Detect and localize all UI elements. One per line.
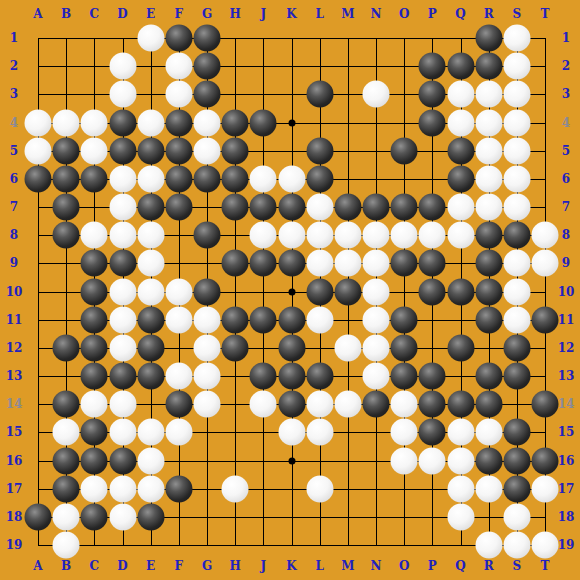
stone-black-C13[interactable] xyxy=(81,363,108,390)
stone-black-R1[interactable] xyxy=(475,25,502,52)
stone-white-N3[interactable] xyxy=(363,81,390,108)
stone-black-Q12[interactable] xyxy=(447,334,474,361)
stone-black-R2[interactable] xyxy=(475,53,502,80)
stone-black-J9[interactable] xyxy=(250,250,277,277)
stone-black-P3[interactable] xyxy=(419,81,446,108)
stone-white-C14[interactable] xyxy=(81,391,108,418)
stone-black-P10[interactable] xyxy=(419,278,446,305)
stone-black-F14[interactable] xyxy=(165,391,192,418)
stone-black-D13[interactable] xyxy=(109,363,136,390)
stone-black-H4[interactable] xyxy=(222,109,249,136)
stone-white-D10[interactable] xyxy=(109,278,136,305)
column-label-H: H xyxy=(229,8,240,20)
row-label-1: 1 xyxy=(10,32,18,44)
stone-black-B14[interactable] xyxy=(53,391,80,418)
column-label-A: A xyxy=(33,560,42,572)
stone-white-C5[interactable] xyxy=(81,137,108,164)
stone-black-H12[interactable] xyxy=(222,334,249,361)
row-label-16: 16 xyxy=(6,455,23,467)
column-label-H: H xyxy=(229,560,240,572)
row-label-5: 5 xyxy=(562,145,570,157)
row-label-3: 3 xyxy=(562,88,570,100)
stone-black-K13[interactable] xyxy=(278,363,305,390)
stone-black-L3[interactable] xyxy=(306,81,333,108)
stone-white-R15[interactable] xyxy=(475,419,502,446)
stone-white-S4[interactable] xyxy=(503,109,530,136)
stone-white-G4[interactable] xyxy=(194,109,221,136)
stone-black-C12[interactable] xyxy=(81,334,108,361)
stone-black-K7[interactable] xyxy=(278,194,305,221)
stone-black-H9[interactable] xyxy=(222,250,249,277)
stone-black-P7[interactable] xyxy=(419,194,446,221)
stone-white-N11[interactable] xyxy=(363,306,390,333)
stone-black-H7[interactable] xyxy=(222,194,249,221)
stone-black-E12[interactable] xyxy=(137,334,164,361)
stone-white-E6[interactable] xyxy=(137,165,164,192)
star-point-K4 xyxy=(288,119,295,126)
stone-white-A4[interactable] xyxy=(25,109,52,136)
stone-white-L15[interactable] xyxy=(306,419,333,446)
stone-black-E13[interactable] xyxy=(137,363,164,390)
stone-black-R11[interactable] xyxy=(475,306,502,333)
stone-black-G10[interactable] xyxy=(194,278,221,305)
row-label-2: 2 xyxy=(10,60,18,72)
stone-white-G11[interactable] xyxy=(194,306,221,333)
stone-white-P8[interactable] xyxy=(419,222,446,249)
column-label-T: T xyxy=(541,560,550,572)
stone-white-D17[interactable] xyxy=(109,475,136,502)
column-label-L: L xyxy=(315,8,323,20)
stone-white-M9[interactable] xyxy=(334,250,361,277)
stone-black-J13[interactable] xyxy=(250,363,277,390)
row-label-18: 18 xyxy=(558,511,575,523)
stone-white-Q16[interactable] xyxy=(447,447,474,474)
row-label-4: 4 xyxy=(562,117,570,129)
row-label-8: 8 xyxy=(10,229,18,241)
stone-white-M12[interactable] xyxy=(334,334,361,361)
stone-black-E5[interactable] xyxy=(137,137,164,164)
row-label-13: 13 xyxy=(6,370,23,382)
stone-black-G8[interactable] xyxy=(194,222,221,249)
stone-black-T11[interactable] xyxy=(532,306,559,333)
stone-white-P16[interactable] xyxy=(419,447,446,474)
row-label-5: 5 xyxy=(10,145,18,157)
column-label-Q: Q xyxy=(455,8,465,20)
stone-black-F17[interactable] xyxy=(165,475,192,502)
column-label-B: B xyxy=(61,560,71,572)
row-label-12: 12 xyxy=(558,342,575,354)
stone-black-B5[interactable] xyxy=(53,137,80,164)
stone-white-N13[interactable] xyxy=(363,363,390,390)
stone-white-B4[interactable] xyxy=(53,109,80,136)
stone-black-R16[interactable] xyxy=(475,447,502,474)
stone-black-T16[interactable] xyxy=(532,447,559,474)
stone-black-Q14[interactable] xyxy=(447,391,474,418)
stone-black-O13[interactable] xyxy=(391,363,418,390)
stone-black-R8[interactable] xyxy=(475,222,502,249)
stone-black-O7[interactable] xyxy=(391,194,418,221)
stone-black-O9[interactable] xyxy=(391,250,418,277)
stone-black-K9[interactable] xyxy=(278,250,305,277)
column-label-K: K xyxy=(286,8,296,20)
stone-black-D9[interactable] xyxy=(109,250,136,277)
stone-white-N10[interactable] xyxy=(363,278,390,305)
stone-black-Q2[interactable] xyxy=(447,53,474,80)
stone-white-D15[interactable] xyxy=(109,419,136,446)
column-label-J: J xyxy=(260,560,266,572)
column-label-J: J xyxy=(260,8,266,20)
stone-black-L6[interactable] xyxy=(306,165,333,192)
column-label-A: A xyxy=(33,8,42,20)
stone-white-S7[interactable] xyxy=(503,194,530,221)
stone-black-D5[interactable] xyxy=(109,137,136,164)
stone-black-K14[interactable] xyxy=(278,391,305,418)
stone-black-D4[interactable] xyxy=(109,109,136,136)
stone-black-A18[interactable] xyxy=(25,503,52,530)
stone-black-B8[interactable] xyxy=(53,222,80,249)
stone-white-E15[interactable] xyxy=(137,419,164,446)
row-label-15: 15 xyxy=(558,426,575,438)
stone-black-C18[interactable] xyxy=(81,503,108,530)
column-label-O: O xyxy=(399,8,409,20)
stone-white-T19[interactable] xyxy=(532,532,559,559)
stone-white-R17[interactable] xyxy=(475,475,502,502)
stone-white-S18[interactable] xyxy=(503,503,530,530)
stone-white-C4[interactable] xyxy=(81,109,108,136)
column-label-T: T xyxy=(541,8,550,20)
row-label-17: 17 xyxy=(558,483,575,495)
row-label-3: 3 xyxy=(10,88,18,100)
stone-black-L5[interactable] xyxy=(306,137,333,164)
stone-black-L13[interactable] xyxy=(306,363,333,390)
stone-white-R4[interactable] xyxy=(475,109,502,136)
stone-black-S16[interactable] xyxy=(503,447,530,474)
stone-white-M14[interactable] xyxy=(334,391,361,418)
stone-black-S15[interactable] xyxy=(503,419,530,446)
stone-black-B17[interactable] xyxy=(53,475,80,502)
stone-white-S5[interactable] xyxy=(503,137,530,164)
stone-white-L8[interactable] xyxy=(306,222,333,249)
stone-black-C16[interactable] xyxy=(81,447,108,474)
star-point-K16 xyxy=(288,457,295,464)
stone-white-E4[interactable] xyxy=(137,109,164,136)
stone-white-L14[interactable] xyxy=(306,391,333,418)
column-label-F: F xyxy=(175,560,184,572)
stone-black-K12[interactable] xyxy=(278,334,305,361)
stone-black-F6[interactable] xyxy=(165,165,192,192)
row-label-18: 18 xyxy=(6,511,23,523)
stone-white-N12[interactable] xyxy=(363,334,390,361)
stone-white-D8[interactable] xyxy=(109,222,136,249)
column-label-R: R xyxy=(484,560,494,572)
stone-black-C15[interactable] xyxy=(81,419,108,446)
stone-black-E11[interactable] xyxy=(137,306,164,333)
stone-white-D3[interactable] xyxy=(109,81,136,108)
stone-white-S6[interactable] xyxy=(503,165,530,192)
stone-white-Q17[interactable] xyxy=(447,475,474,502)
stone-white-R7[interactable] xyxy=(475,194,502,221)
column-label-M: M xyxy=(341,8,354,20)
row-label-7: 7 xyxy=(562,201,570,213)
stone-white-F2[interactable] xyxy=(165,53,192,80)
stone-white-Q15[interactable] xyxy=(447,419,474,446)
stone-white-H17[interactable] xyxy=(222,475,249,502)
stone-white-G13[interactable] xyxy=(194,363,221,390)
stone-black-G1[interactable] xyxy=(194,25,221,52)
row-label-12: 12 xyxy=(6,342,23,354)
stone-black-C9[interactable] xyxy=(81,250,108,277)
stone-white-K8[interactable] xyxy=(278,222,305,249)
row-label-6: 6 xyxy=(10,173,18,185)
stone-white-S19[interactable] xyxy=(503,532,530,559)
stone-white-F11[interactable] xyxy=(165,306,192,333)
stone-white-E10[interactable] xyxy=(137,278,164,305)
stone-black-K11[interactable] xyxy=(278,306,305,333)
stone-black-O5[interactable] xyxy=(391,137,418,164)
stone-white-O16[interactable] xyxy=(391,447,418,474)
column-label-S: S xyxy=(512,8,521,20)
column-label-N: N xyxy=(371,8,382,20)
stone-white-D2[interactable] xyxy=(109,53,136,80)
stone-black-H6[interactable] xyxy=(222,165,249,192)
column-label-S: S xyxy=(512,560,521,572)
column-label-D: D xyxy=(117,560,127,572)
stone-black-C10[interactable] xyxy=(81,278,108,305)
column-label-K: K xyxy=(286,560,296,572)
row-label-11: 11 xyxy=(558,314,575,326)
stone-black-M7[interactable] xyxy=(334,194,361,221)
stone-black-P13[interactable] xyxy=(419,363,446,390)
stone-black-S17[interactable] xyxy=(503,475,530,502)
stone-white-Q3[interactable] xyxy=(447,81,474,108)
stone-white-E16[interactable] xyxy=(137,447,164,474)
stone-black-N14[interactable] xyxy=(363,391,390,418)
stone-black-J4[interactable] xyxy=(250,109,277,136)
stone-black-M10[interactable] xyxy=(334,278,361,305)
stone-black-F1[interactable] xyxy=(165,25,192,52)
column-label-D: D xyxy=(117,8,127,20)
stone-black-L10[interactable] xyxy=(306,278,333,305)
stone-white-S1[interactable] xyxy=(503,25,530,52)
stone-black-R13[interactable] xyxy=(475,363,502,390)
stone-black-N7[interactable] xyxy=(363,194,390,221)
stone-black-O11[interactable] xyxy=(391,306,418,333)
row-label-4: 4 xyxy=(10,117,18,129)
column-label-E: E xyxy=(146,560,155,572)
row-label-14: 14 xyxy=(6,398,23,410)
stone-black-Q6[interactable] xyxy=(447,165,474,192)
stone-black-H11[interactable] xyxy=(222,306,249,333)
stone-white-N9[interactable] xyxy=(363,250,390,277)
stone-white-R6[interactable] xyxy=(475,165,502,192)
row-label-8: 8 xyxy=(562,229,570,241)
stone-white-R5[interactable] xyxy=(475,137,502,164)
stone-white-T8[interactable] xyxy=(532,222,559,249)
row-label-9: 9 xyxy=(562,257,570,269)
stone-white-S9[interactable] xyxy=(503,250,530,277)
stone-white-F10[interactable] xyxy=(165,278,192,305)
stone-black-C6[interactable] xyxy=(81,165,108,192)
stone-white-L11[interactable] xyxy=(306,306,333,333)
column-label-R: R xyxy=(484,8,494,20)
row-label-11: 11 xyxy=(6,314,23,326)
stone-black-A6[interactable] xyxy=(25,165,52,192)
stone-black-S8[interactable] xyxy=(503,222,530,249)
stone-black-P4[interactable] xyxy=(419,109,446,136)
row-label-7: 7 xyxy=(10,201,18,213)
column-label-N: N xyxy=(371,560,382,572)
stone-white-E17[interactable] xyxy=(137,475,164,502)
stone-white-L17[interactable] xyxy=(306,475,333,502)
stone-white-O15[interactable] xyxy=(391,419,418,446)
column-label-G: G xyxy=(202,8,212,20)
stone-black-P14[interactable] xyxy=(419,391,446,418)
stone-white-F15[interactable] xyxy=(165,419,192,446)
stone-white-L9[interactable] xyxy=(306,250,333,277)
stone-white-E9[interactable] xyxy=(137,250,164,277)
row-label-1: 1 xyxy=(562,32,570,44)
column-label-P: P xyxy=(428,560,437,572)
stone-black-F7[interactable] xyxy=(165,194,192,221)
stone-black-J7[interactable] xyxy=(250,194,277,221)
stone-black-O12[interactable] xyxy=(391,334,418,361)
row-label-13: 13 xyxy=(558,370,575,382)
stone-black-R9[interactable] xyxy=(475,250,502,277)
row-label-6: 6 xyxy=(562,173,570,185)
row-label-14: 14 xyxy=(558,398,575,410)
stone-white-F13[interactable] xyxy=(165,363,192,390)
stone-white-E8[interactable] xyxy=(137,222,164,249)
stone-white-Q18[interactable] xyxy=(447,503,474,530)
stone-black-P2[interactable] xyxy=(419,53,446,80)
stone-white-G12[interactable] xyxy=(194,334,221,361)
stone-white-D18[interactable] xyxy=(109,503,136,530)
stone-white-E1[interactable] xyxy=(137,25,164,52)
row-label-10: 10 xyxy=(558,286,575,298)
stone-black-Q5[interactable] xyxy=(447,137,474,164)
stone-white-S10[interactable] xyxy=(503,278,530,305)
row-label-16: 16 xyxy=(558,455,575,467)
stone-black-S12[interactable] xyxy=(503,334,530,361)
stone-white-K6[interactable] xyxy=(278,165,305,192)
stone-white-J6[interactable] xyxy=(250,165,277,192)
column-label-O: O xyxy=(399,560,409,572)
row-label-19: 19 xyxy=(6,539,23,551)
stone-white-G14[interactable] xyxy=(194,391,221,418)
stone-black-P15[interactable] xyxy=(419,419,446,446)
stone-white-J8[interactable] xyxy=(250,222,277,249)
stone-black-B12[interactable] xyxy=(53,334,80,361)
column-label-C: C xyxy=(90,560,100,572)
column-label-G: G xyxy=(202,560,212,572)
stone-white-D11[interactable] xyxy=(109,306,136,333)
stone-white-T9[interactable] xyxy=(532,250,559,277)
stone-black-D16[interactable] xyxy=(109,447,136,474)
stone-black-J11[interactable] xyxy=(250,306,277,333)
stone-black-G6[interactable] xyxy=(194,165,221,192)
go-board-screenshot: AABBCCDDEEFFGGHHJJKKLLMMNNOOPPQQRRSSTT11… xyxy=(0,0,580,580)
column-label-B: B xyxy=(61,8,71,20)
column-label-M: M xyxy=(341,560,354,572)
stone-white-D14[interactable] xyxy=(109,391,136,418)
stone-black-B7[interactable] xyxy=(53,194,80,221)
row-label-9: 9 xyxy=(10,257,18,269)
stone-white-Q7[interactable] xyxy=(447,194,474,221)
stone-white-S2[interactable] xyxy=(503,53,530,80)
column-label-E: E xyxy=(146,8,155,20)
stone-white-J14[interactable] xyxy=(250,391,277,418)
stone-white-L7[interactable] xyxy=(306,194,333,221)
stone-white-D7[interactable] xyxy=(109,194,136,221)
stone-white-O14[interactable] xyxy=(391,391,418,418)
stone-white-D12[interactable] xyxy=(109,334,136,361)
stone-black-S13[interactable] xyxy=(503,363,530,390)
stone-black-H5[interactable] xyxy=(222,137,249,164)
stone-white-D6[interactable] xyxy=(109,165,136,192)
stone-black-Q10[interactable] xyxy=(447,278,474,305)
stone-black-B16[interactable] xyxy=(53,447,80,474)
stone-black-G2[interactable] xyxy=(194,53,221,80)
stone-white-F3[interactable] xyxy=(165,81,192,108)
stone-black-G3[interactable] xyxy=(194,81,221,108)
stone-white-Q4[interactable] xyxy=(447,109,474,136)
stone-white-B19[interactable] xyxy=(53,532,80,559)
stone-white-A5[interactable] xyxy=(25,137,52,164)
column-label-C: C xyxy=(90,8,100,20)
stone-white-G5[interactable] xyxy=(194,137,221,164)
stone-black-E7[interactable] xyxy=(137,194,164,221)
stone-white-M8[interactable] xyxy=(334,222,361,249)
column-label-Q: Q xyxy=(455,560,465,572)
row-label-17: 17 xyxy=(6,483,23,495)
stone-white-R3[interactable] xyxy=(475,81,502,108)
star-point-K10 xyxy=(288,288,295,295)
row-label-19: 19 xyxy=(558,539,575,551)
stone-white-S3[interactable] xyxy=(503,81,530,108)
stone-black-B6[interactable] xyxy=(53,165,80,192)
stone-black-C11[interactable] xyxy=(81,306,108,333)
column-label-F: F xyxy=(175,8,184,20)
row-label-15: 15 xyxy=(6,426,23,438)
stone-black-P9[interactable] xyxy=(419,250,446,277)
stone-white-Q8[interactable] xyxy=(447,222,474,249)
column-label-L: L xyxy=(315,560,323,572)
row-label-10: 10 xyxy=(6,286,23,298)
stone-black-F4[interactable] xyxy=(165,109,192,136)
stone-black-E18[interactable] xyxy=(137,503,164,530)
stone-white-N8[interactable] xyxy=(363,222,390,249)
stone-white-C17[interactable] xyxy=(81,475,108,502)
stone-black-F5[interactable] xyxy=(165,137,192,164)
stone-white-B15[interactable] xyxy=(53,419,80,446)
column-label-P: P xyxy=(428,8,437,20)
stone-white-S11[interactable] xyxy=(503,306,530,333)
stone-white-O8[interactable] xyxy=(391,222,418,249)
stone-white-R19[interactable] xyxy=(475,532,502,559)
stone-white-K15[interactable] xyxy=(278,419,305,446)
stone-black-R14[interactable] xyxy=(475,391,502,418)
stone-black-R10[interactable] xyxy=(475,278,502,305)
stone-white-C8[interactable] xyxy=(81,222,108,249)
stone-black-T14[interactable] xyxy=(532,391,559,418)
grid-line-horizontal xyxy=(38,545,546,546)
row-label-2: 2 xyxy=(562,60,570,72)
stone-white-T17[interactable] xyxy=(532,475,559,502)
stone-white-B18[interactable] xyxy=(53,503,80,530)
